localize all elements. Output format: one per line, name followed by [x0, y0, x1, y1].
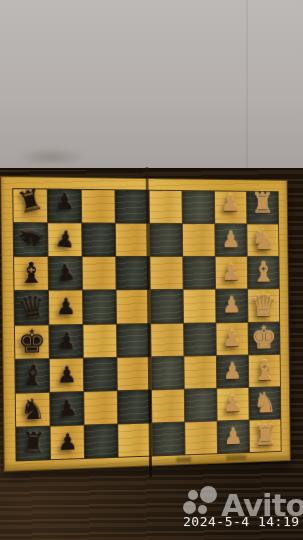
piece-black-pawn: ♟ — [54, 261, 77, 286]
square-light — [151, 323, 183, 356]
square-light: ♟ — [50, 358, 84, 391]
square-light — [117, 290, 150, 323]
square-light: ♝ — [249, 354, 280, 386]
square-dark — [116, 190, 149, 223]
piece-white-pawn: ♟ — [221, 229, 240, 251]
square-dark: ♟ — [49, 324, 83, 357]
square-dark: ♟ — [216, 290, 248, 322]
square-light — [119, 423, 152, 456]
piece-white-king: ♚ — [251, 323, 277, 354]
logo-dot — [188, 490, 198, 500]
square-dark: ♜ — [16, 426, 50, 460]
piece-white-knight: ♞ — [253, 389, 277, 417]
square-dark — [82, 224, 115, 257]
piece-black-pawn: ♟ — [57, 363, 77, 386]
square-dark: ♟ — [215, 224, 247, 256]
square-light — [185, 421, 217, 454]
piece-black-pawn: ♟ — [55, 329, 77, 353]
square-light — [150, 257, 182, 289]
square-dark: ♟ — [217, 420, 249, 453]
piece-black-pawn: ♟ — [56, 396, 78, 421]
piece-black-rook: ♜ — [20, 428, 47, 458]
piece-black-knight: ♞ — [11, 218, 49, 256]
piece-black-pawn: ♟ — [57, 431, 77, 454]
square-light — [149, 191, 181, 223]
square-light: ♟ — [217, 388, 249, 421]
square-light: ♜ — [13, 189, 47, 222]
piece-white-bishop: ♝ — [251, 259, 275, 287]
square-dark — [152, 422, 184, 455]
square-light: ♟ — [48, 223, 82, 256]
square-dark — [85, 424, 118, 458]
wall — [0, 0, 303, 172]
square-light — [183, 290, 215, 322]
square-light — [151, 389, 183, 422]
square-light: ♝ — [14, 257, 48, 290]
piece-white-pawn: ♟ — [224, 425, 243, 448]
square-dark: ♞ — [249, 387, 280, 419]
square-light: ♟ — [216, 322, 248, 354]
square-dark: ♛ — [15, 291, 49, 324]
square-light — [182, 224, 214, 256]
piece-white-rook: ♜ — [253, 421, 277, 449]
square-dark: ♜ — [247, 192, 278, 224]
square-light — [184, 356, 216, 389]
square-dark: ♟ — [49, 257, 83, 290]
piece-white-knight: ♞ — [251, 226, 275, 254]
square-light: ♟ — [49, 291, 83, 324]
square-light: ♞ — [16, 393, 50, 427]
square-light: ♜ — [249, 419, 280, 452]
square-dark: ♟ — [50, 392, 84, 426]
wall-corner-line — [246, 0, 248, 170]
piece-white-pawn: ♟ — [221, 192, 240, 214]
piece-black-knight: ♞ — [20, 395, 46, 425]
piece-black-pawn: ♟ — [54, 191, 74, 214]
square-dark — [182, 191, 214, 223]
piece-white-pawn: ♟ — [222, 327, 241, 349]
stamp-mark — [176, 457, 191, 462]
piece-black-rook: ♜ — [14, 185, 46, 219]
square-light — [118, 357, 151, 390]
square-dark — [83, 291, 116, 324]
square-light — [82, 190, 115, 223]
square-dark: ♚ — [248, 322, 279, 354]
square-dark — [150, 290, 182, 322]
square-light: ♚ — [15, 325, 49, 358]
square-light: ♟ — [51, 425, 85, 459]
square-dark — [151, 356, 183, 389]
square-light — [84, 391, 117, 424]
square-dark — [84, 358, 117, 391]
piece-white-bishop: ♝ — [252, 357, 276, 385]
piece-black-bishop: ♝ — [18, 360, 47, 391]
square-dark: ♟ — [48, 190, 82, 223]
piece-white-pawn: ♟ — [223, 360, 242, 382]
square-dark — [184, 323, 216, 355]
piece-black-queen: ♛ — [15, 290, 48, 326]
square-dark — [117, 257, 150, 289]
square-light: ♟ — [215, 191, 247, 223]
square-light: ♞ — [247, 224, 278, 256]
piece-black-pawn: ♟ — [56, 296, 76, 319]
chess-board: ♜♟♟♜♞♟♟♞♝♟♟♝♛♟♟♛♚♟♟♚♝♟♟♝♞♟♟♞♜♟♟♜ — [0, 176, 291, 472]
piece-white-pawn: ♟ — [223, 393, 242, 416]
square-dark: ♞ — [14, 223, 48, 256]
square-light — [116, 224, 149, 256]
square-dark: ♝ — [248, 257, 279, 289]
logo-dot — [183, 501, 196, 514]
piece-black-bishop: ♝ — [18, 259, 44, 288]
square-dark — [118, 390, 151, 423]
piece-white-pawn: ♟ — [222, 262, 241, 284]
logo-dot — [200, 486, 217, 503]
piece-black-king: ♚ — [18, 326, 47, 358]
square-light: ♟ — [215, 257, 247, 289]
wall-stain — [16, 148, 86, 166]
piece-white-pawn: ♟ — [222, 295, 241, 317]
square-dark: ♟ — [217, 355, 249, 387]
square-dark — [184, 389, 216, 422]
square-dark — [117, 324, 150, 357]
square-light — [84, 324, 117, 357]
piece-black-pawn: ♟ — [54, 227, 76, 252]
square-light — [83, 257, 116, 290]
photo-timestamp: 2024-5-4 14:19 — [183, 514, 300, 529]
stamp-mark — [226, 455, 246, 461]
photo-scene: ♜♟♟♜♞♟♟♞♝♟♟♝♛♟♟♛♚♟♟♚♝♟♟♝♞♟♟♞♜♟♟♜ Avito 2… — [0, 0, 303, 540]
square-light: ♛ — [248, 290, 279, 322]
logo-dot — [198, 505, 207, 514]
square-dark — [150, 224, 182, 256]
piece-white-queen: ♛ — [250, 290, 276, 321]
square-dark: ♝ — [15, 359, 49, 393]
piece-white-rook: ♜ — [251, 190, 275, 218]
square-dark — [183, 257, 215, 289]
